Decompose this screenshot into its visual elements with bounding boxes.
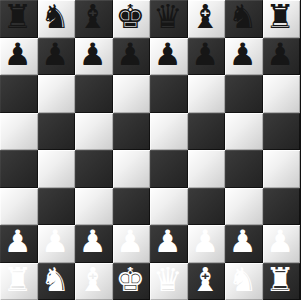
square-h8[interactable]: ♜	[263, 0, 301, 38]
square-d4[interactable]	[113, 150, 151, 188]
black-bishop[interactable]: ♝	[190, 0, 220, 33]
square-d6[interactable]	[113, 75, 151, 113]
white-pawn[interactable]: ♟	[266, 226, 294, 257]
square-b5[interactable]	[38, 113, 76, 151]
square-c8[interactable]: ♝	[75, 0, 113, 38]
white-queen[interactable]: ♛	[153, 263, 183, 296]
square-c4[interactable]	[75, 150, 113, 188]
square-h3[interactable]	[263, 188, 301, 226]
black-bishop[interactable]: ♝	[78, 0, 108, 33]
black-pawn[interactable]: ♟	[154, 39, 182, 70]
black-pawn[interactable]: ♟	[229, 39, 257, 70]
square-d5[interactable]	[113, 113, 151, 151]
white-king[interactable]: ♚	[115, 263, 145, 296]
square-c5[interactable]	[75, 113, 113, 151]
square-e1[interactable]: ♛	[150, 263, 188, 300]
square-h1[interactable]: ♜	[263, 263, 301, 300]
square-g2[interactable]: ♟	[225, 225, 263, 263]
black-pawn[interactable]: ♟	[79, 39, 107, 70]
square-h2[interactable]: ♟	[263, 225, 301, 263]
square-b4[interactable]	[38, 150, 76, 188]
square-h5[interactable]	[263, 113, 301, 151]
white-pawn[interactable]: ♟	[229, 226, 257, 257]
black-rook[interactable]: ♜	[3, 0, 33, 33]
black-knight[interactable]: ♞	[228, 0, 258, 33]
square-b7[interactable]: ♟	[38, 38, 76, 76]
black-pawn[interactable]: ♟	[191, 39, 219, 70]
square-b6[interactable]	[38, 75, 76, 113]
square-f3[interactable]	[188, 188, 226, 226]
square-c2[interactable]: ♟	[75, 225, 113, 263]
square-e3[interactable]	[150, 188, 188, 226]
square-a5[interactable]	[0, 113, 38, 151]
white-pawn[interactable]: ♟	[154, 226, 182, 257]
square-f8[interactable]: ♝	[188, 0, 226, 38]
square-e2[interactable]: ♟	[150, 225, 188, 263]
white-pawn[interactable]: ♟	[116, 226, 144, 257]
white-pawn[interactable]: ♟	[4, 226, 32, 257]
square-h6[interactable]	[263, 75, 301, 113]
white-pawn[interactable]: ♟	[41, 226, 69, 257]
square-g5[interactable]	[225, 113, 263, 151]
square-e7[interactable]: ♟	[150, 38, 188, 76]
square-d7[interactable]: ♟	[113, 38, 151, 76]
square-c7[interactable]: ♟	[75, 38, 113, 76]
square-c3[interactable]	[75, 188, 113, 226]
square-a7[interactable]: ♟	[0, 38, 38, 76]
square-g3[interactable]	[225, 188, 263, 226]
square-a4[interactable]	[0, 150, 38, 188]
square-g6[interactable]	[225, 75, 263, 113]
white-rook[interactable]: ♜	[265, 263, 295, 296]
white-bishop[interactable]: ♝	[190, 263, 220, 296]
square-g1[interactable]: ♞	[225, 263, 263, 300]
square-e5[interactable]	[150, 113, 188, 151]
white-rook[interactable]: ♜	[3, 263, 33, 296]
square-a3[interactable]	[0, 188, 38, 226]
square-e6[interactable]	[150, 75, 188, 113]
black-king[interactable]: ♚	[115, 0, 145, 33]
square-g4[interactable]	[225, 150, 263, 188]
square-c6[interactable]	[75, 75, 113, 113]
square-b1[interactable]: ♞	[38, 263, 76, 300]
black-pawn[interactable]: ♟	[116, 39, 144, 70]
black-knight[interactable]: ♞	[40, 0, 70, 33]
white-pawn[interactable]: ♟	[191, 226, 219, 257]
square-a1[interactable]: ♜	[0, 263, 38, 300]
square-g8[interactable]: ♞	[225, 0, 263, 38]
white-knight[interactable]: ♞	[228, 263, 258, 296]
square-d2[interactable]: ♟	[113, 225, 151, 263]
black-pawn[interactable]: ♟	[4, 39, 32, 70]
square-c1[interactable]: ♝	[75, 263, 113, 300]
screenshot: ♜♞♝♚♛♝♞♜♟♟♟♟♟♟♟♟♟♟♟♟♟♟♟♟♜♞♝♚♛♝♞♜	[0, 0, 300, 300]
white-bishop[interactable]: ♝	[78, 263, 108, 296]
square-e8[interactable]: ♛	[150, 0, 188, 38]
chess-board: ♜♞♝♚♛♝♞♜♟♟♟♟♟♟♟♟♟♟♟♟♟♟♟♟♜♞♝♚♛♝♞♜	[0, 0, 300, 300]
square-d1[interactable]: ♚	[113, 263, 151, 300]
square-d3[interactable]	[113, 188, 151, 226]
square-h4[interactable]	[263, 150, 301, 188]
square-b3[interactable]	[38, 188, 76, 226]
square-f7[interactable]: ♟	[188, 38, 226, 76]
white-knight[interactable]: ♞	[40, 263, 70, 296]
square-g7[interactable]: ♟	[225, 38, 263, 76]
square-f2[interactable]: ♟	[188, 225, 226, 263]
square-e4[interactable]	[150, 150, 188, 188]
square-b2[interactable]: ♟	[38, 225, 76, 263]
square-a8[interactable]: ♜	[0, 0, 38, 38]
square-a6[interactable]	[0, 75, 38, 113]
black-pawn[interactable]: ♟	[41, 39, 69, 70]
square-h7[interactable]: ♟	[263, 38, 301, 76]
square-f1[interactable]: ♝	[188, 263, 226, 300]
white-pawn[interactable]: ♟	[79, 226, 107, 257]
black-rook[interactable]: ♜	[265, 0, 295, 33]
square-b8[interactable]: ♞	[38, 0, 76, 38]
square-f5[interactable]	[188, 113, 226, 151]
square-f6[interactable]	[188, 75, 226, 113]
square-a2[interactable]: ♟	[0, 225, 38, 263]
square-f4[interactable]	[188, 150, 226, 188]
black-queen[interactable]: ♛	[153, 0, 183, 33]
black-pawn[interactable]: ♟	[266, 39, 294, 70]
square-d8[interactable]: ♚	[113, 0, 151, 38]
